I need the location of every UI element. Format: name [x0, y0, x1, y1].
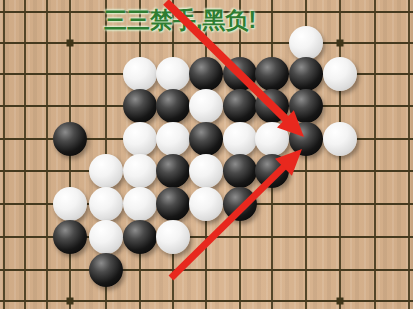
gomoku-app-window: 三三禁手,黑负!	[0, 0, 413, 309]
arrow-from-top-shaft	[166, 2, 291, 124]
arrow-from-bottom-shaft	[171, 162, 289, 278]
annotation-arrows	[0, 0, 413, 309]
